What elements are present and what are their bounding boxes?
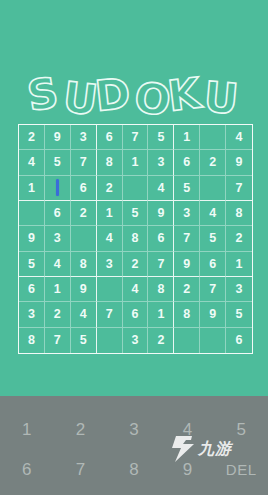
cell-r3c8[interactable]: [200, 176, 226, 201]
cell-r9c4[interactable]: [97, 328, 123, 353]
key-del[interactable]: DEL: [226, 462, 257, 477]
cell-r8c5[interactable]: 6: [123, 302, 149, 327]
cell-r9c1[interactable]: 8: [19, 328, 45, 353]
sudoku-app-screen: SUDOKU 293675144578136291624576215934893…: [0, 0, 268, 495]
key-5[interactable]: 5: [236, 421, 245, 438]
sudoku-board: 2936751445781362916245762159348934867525…: [18, 124, 253, 354]
cell-r9c2[interactable]: 7: [45, 328, 71, 353]
cell-r9c8[interactable]: [200, 328, 226, 353]
cell-r4c8[interactable]: 4: [200, 201, 226, 226]
cell-r6c1[interactable]: 5: [19, 252, 45, 277]
cell-r5c3[interactable]: [71, 226, 97, 251]
cell-r1c7[interactable]: 1: [174, 125, 200, 150]
cell-r9c9[interactable]: 6: [226, 328, 252, 353]
cell-r5c4[interactable]: 4: [97, 226, 123, 251]
cell-r2c8[interactable]: 2: [200, 150, 226, 175]
cell-r6c8[interactable]: 6: [200, 252, 226, 277]
cell-r2c4[interactable]: 8: [97, 150, 123, 175]
cell-r6c3[interactable]: 8: [71, 252, 97, 277]
cell-r1c6[interactable]: 5: [148, 125, 174, 150]
cell-r1c1[interactable]: 2: [19, 125, 45, 150]
cell-r8c4[interactable]: 7: [97, 302, 123, 327]
cell-r4c2[interactable]: 6: [45, 201, 71, 226]
cell-r4c9[interactable]: 8: [226, 201, 252, 226]
cell-r4c6[interactable]: 9: [148, 201, 174, 226]
cell-r3c6[interactable]: 4: [148, 176, 174, 201]
cell-r5c7[interactable]: 7: [174, 226, 200, 251]
cell-r7c3[interactable]: 9: [71, 277, 97, 302]
cell-r3c3[interactable]: 6: [71, 176, 97, 201]
cell-r4c4[interactable]: 1: [97, 201, 123, 226]
cell-r8c6[interactable]: 1: [148, 302, 174, 327]
cell-r2c7[interactable]: 6: [174, 150, 200, 175]
key-7[interactable]: 7: [76, 461, 85, 478]
cell-r5c2[interactable]: 3: [45, 226, 71, 251]
cell-r1c9[interactable]: 4: [226, 125, 252, 150]
cell-r7c9[interactable]: 3: [226, 277, 252, 302]
key-3[interactable]: 3: [129, 421, 138, 438]
cell-r1c4[interactable]: 6: [97, 125, 123, 150]
cell-r3c2[interactable]: [45, 176, 71, 201]
cell-r2c2[interactable]: 5: [45, 150, 71, 175]
cell-r6c2[interactable]: 4: [45, 252, 71, 277]
cell-r9c3[interactable]: 5: [71, 328, 97, 353]
key-9[interactable]: 9: [183, 461, 192, 478]
cell-r3c7[interactable]: 5: [174, 176, 200, 201]
key-6[interactable]: 6: [22, 461, 31, 478]
cell-r2c1[interactable]: 4: [19, 150, 45, 175]
cell-r7c7[interactable]: 2: [174, 277, 200, 302]
cell-r5c6[interactable]: 6: [148, 226, 174, 251]
cell-r4c5[interactable]: 5: [123, 201, 149, 226]
page-title: SUDOKU: [0, 70, 268, 128]
key-2[interactable]: 2: [76, 421, 85, 438]
cell-r4c7[interactable]: 3: [174, 201, 200, 226]
cell-r7c6[interactable]: 8: [148, 277, 174, 302]
cell-r1c5[interactable]: 7: [123, 125, 149, 150]
cell-r9c6[interactable]: 2: [148, 328, 174, 353]
key-4[interactable]: 4: [183, 421, 192, 438]
cell-r6c9[interactable]: 1: [226, 252, 252, 277]
cell-r5c9[interactable]: 2: [226, 226, 252, 251]
cell-r5c1[interactable]: 9: [19, 226, 45, 251]
cell-r3c5[interactable]: [123, 176, 149, 201]
cell-r3c1[interactable]: 1: [19, 176, 45, 201]
cell-r6c4[interactable]: 3: [97, 252, 123, 277]
cell-r7c5[interactable]: 4: [123, 277, 149, 302]
title-text: SUDOKU: [24, 70, 241, 124]
cell-r1c8[interactable]: [200, 125, 226, 150]
cell-r5c5[interactable]: 8: [123, 226, 149, 251]
number-keypad: 123456789DEL: [0, 396, 268, 495]
cell-r3c9[interactable]: 7: [226, 176, 252, 201]
cell-r8c3[interactable]: 4: [71, 302, 97, 327]
cell-r6c7[interactable]: 9: [174, 252, 200, 277]
cell-r8c1[interactable]: 3: [19, 302, 45, 327]
cell-r4c3[interactable]: 2: [71, 201, 97, 226]
cell-r6c5[interactable]: 2: [123, 252, 149, 277]
text-cursor: [56, 179, 59, 196]
cell-r2c3[interactable]: 7: [71, 150, 97, 175]
cell-r6c6[interactable]: 7: [148, 252, 174, 277]
cell-r4c1[interactable]: [19, 201, 45, 226]
cell-r9c5[interactable]: 3: [123, 328, 149, 353]
cell-r2c5[interactable]: 1: [123, 150, 149, 175]
cell-r5c8[interactable]: 5: [200, 226, 226, 251]
cell-r8c9[interactable]: 5: [226, 302, 252, 327]
cell-r1c3[interactable]: 3: [71, 125, 97, 150]
cell-r7c1[interactable]: 6: [19, 277, 45, 302]
sudoku-title-graffiti: SUDOKU: [14, 70, 254, 124]
cell-r1c2[interactable]: 9: [45, 125, 71, 150]
cell-r8c7[interactable]: 8: [174, 302, 200, 327]
cell-r7c8[interactable]: 7: [200, 277, 226, 302]
key-8[interactable]: 8: [129, 461, 138, 478]
cell-r2c6[interactable]: 3: [148, 150, 174, 175]
cell-r3c4[interactable]: 2: [97, 176, 123, 201]
cell-r2c9[interactable]: 9: [226, 150, 252, 175]
cell-r7c2[interactable]: 1: [45, 277, 71, 302]
key-1[interactable]: 1: [22, 421, 31, 438]
cell-r8c8[interactable]: 9: [200, 302, 226, 327]
cell-r7c4[interactable]: [97, 277, 123, 302]
cell-r9c7[interactable]: [174, 328, 200, 353]
cell-r8c2[interactable]: 2: [45, 302, 71, 327]
